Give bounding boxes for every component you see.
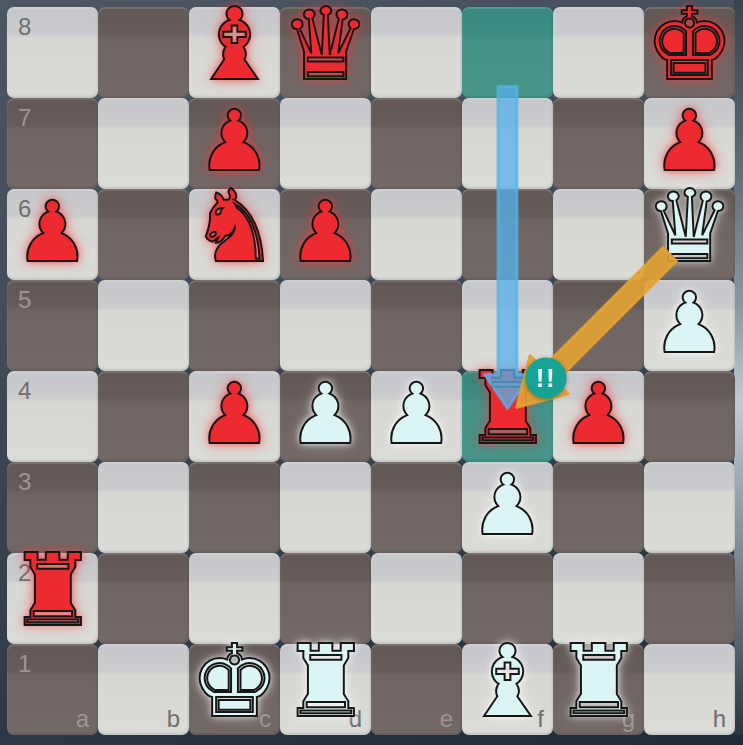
square-c6[interactable]: ♞	[189, 189, 280, 280]
square-h1[interactable]: h	[644, 644, 735, 735]
square-e5[interactable]	[371, 280, 462, 371]
square-b1[interactable]: b	[98, 644, 189, 735]
square-h2[interactable]	[644, 553, 735, 644]
white-rook[interactable]: ♜	[280, 644, 371, 735]
square-a2[interactable]: 2♜	[7, 553, 98, 644]
chess-app-stage: 8♝♛♚7♟♟6♟♞♟♛5♟4♟♟♟♜♟3♟2♜1abc♚d♜ef♝g♜h !!	[0, 0, 743, 745]
square-e6[interactable]	[371, 189, 462, 280]
background-image-strip	[734, 0, 743, 735]
square-g4[interactable]: ♟	[553, 371, 644, 462]
white-pawn[interactable]: ♟	[462, 462, 553, 553]
square-f7[interactable]	[462, 98, 553, 189]
square-a7[interactable]: 7	[7, 98, 98, 189]
square-g3[interactable]	[553, 462, 644, 553]
white-queen[interactable]: ♛	[644, 189, 735, 280]
square-h5[interactable]: ♟	[644, 280, 735, 371]
square-c4[interactable]: ♟	[189, 371, 280, 462]
red-pawn[interactable]: ♟	[7, 189, 98, 280]
square-d7[interactable]	[280, 98, 371, 189]
board: 8♝♛♚7♟♟6♟♞♟♛5♟4♟♟♟♜♟3♟2♜1abc♚d♜ef♝g♜h	[7, 7, 735, 735]
square-g7[interactable]	[553, 98, 644, 189]
square-e3[interactable]	[371, 462, 462, 553]
square-c8[interactable]: ♝	[189, 7, 280, 98]
file-label-e: e	[440, 707, 453, 731]
red-king[interactable]: ♚	[644, 7, 735, 98]
square-f1[interactable]: f♝	[462, 644, 553, 735]
square-g1[interactable]: g♜	[553, 644, 644, 735]
square-b8[interactable]	[98, 7, 189, 98]
red-pawn[interactable]: ♟	[280, 189, 371, 280]
square-b4[interactable]	[98, 371, 189, 462]
white-pawn[interactable]: ♟	[644, 280, 735, 371]
square-c1[interactable]: c♚	[189, 644, 280, 735]
square-d4[interactable]: ♟	[280, 371, 371, 462]
red-pawn[interactable]: ♟	[553, 371, 644, 462]
rank-label-3: 3	[18, 470, 31, 494]
square-e4[interactable]: ♟	[371, 371, 462, 462]
square-g8[interactable]	[553, 7, 644, 98]
square-f6[interactable]	[462, 189, 553, 280]
white-pawn[interactable]: ♟	[371, 371, 462, 462]
brilliant-move-badge: !!	[526, 358, 567, 399]
file-label-a: a	[76, 707, 89, 731]
white-king[interactable]: ♚	[189, 644, 280, 735]
square-g6[interactable]	[553, 189, 644, 280]
square-e7[interactable]	[371, 98, 462, 189]
square-h3[interactable]	[644, 462, 735, 553]
square-d3[interactable]	[280, 462, 371, 553]
square-h8[interactable]: ♚	[644, 7, 735, 98]
red-bishop[interactable]: ♝	[189, 7, 280, 98]
rank-label-1: 1	[18, 652, 31, 676]
red-knight[interactable]: ♞	[189, 189, 280, 280]
square-a4[interactable]: 4	[7, 371, 98, 462]
white-rook[interactable]: ♜	[553, 644, 644, 735]
square-b3[interactable]	[98, 462, 189, 553]
square-a1[interactable]: 1a	[7, 644, 98, 735]
square-h4[interactable]	[644, 371, 735, 462]
square-d5[interactable]	[280, 280, 371, 371]
rank-label-7: 7	[18, 106, 31, 130]
square-b5[interactable]	[98, 280, 189, 371]
square-c5[interactable]	[189, 280, 280, 371]
red-pawn[interactable]: ♟	[189, 371, 280, 462]
red-rook[interactable]: ♜	[7, 553, 98, 644]
square-e1[interactable]: e	[371, 644, 462, 735]
red-queen[interactable]: ♛	[280, 7, 371, 98]
square-h6[interactable]: ♛	[644, 189, 735, 280]
square-b6[interactable]	[98, 189, 189, 280]
square-a6[interactable]: 6♟	[7, 189, 98, 280]
white-bishop[interactable]: ♝	[462, 644, 553, 735]
square-f3[interactable]: ♟	[462, 462, 553, 553]
square-a5[interactable]: 5	[7, 280, 98, 371]
rank-label-8: 8	[18, 15, 31, 39]
square-e8[interactable]	[371, 7, 462, 98]
square-a8[interactable]: 8	[7, 7, 98, 98]
square-d1[interactable]: d♜	[280, 644, 371, 735]
file-label-h: h	[713, 707, 726, 731]
square-d8[interactable]: ♛	[280, 7, 371, 98]
square-f8[interactable]	[462, 7, 553, 98]
square-b7[interactable]	[98, 98, 189, 189]
square-g5[interactable]	[553, 280, 644, 371]
square-d6[interactable]: ♟	[280, 189, 371, 280]
square-c3[interactable]	[189, 462, 280, 553]
white-pawn[interactable]: ♟	[280, 371, 371, 462]
rank-label-5: 5	[18, 288, 31, 312]
rank-label-4: 4	[18, 379, 31, 403]
square-b2[interactable]	[98, 553, 189, 644]
square-e2[interactable]	[371, 553, 462, 644]
file-label-b: b	[167, 707, 180, 731]
